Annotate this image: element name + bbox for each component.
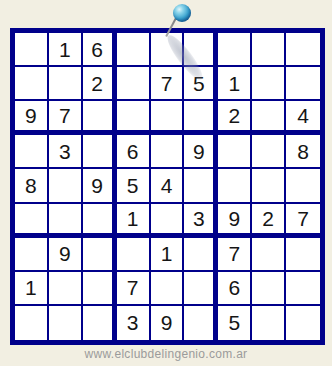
cell-r6c8[interactable]: 2 — [252, 204, 286, 238]
cell-r3c8[interactable] — [252, 101, 286, 135]
cell-r1c4[interactable] — [117, 33, 151, 67]
cell-r7c2[interactable]: 9 — [49, 238, 83, 272]
cell-r2c3[interactable]: 2 — [83, 67, 117, 101]
cell-r2c2[interactable] — [49, 67, 83, 101]
cell-r3c1[interactable]: 9 — [15, 101, 49, 135]
cell-r4c6[interactable]: 9 — [184, 135, 218, 169]
pushpin-ball — [173, 4, 191, 22]
cell-r5c1[interactable]: 8 — [15, 169, 49, 203]
cell-r6c1[interactable] — [15, 204, 49, 238]
cell-r9c6[interactable] — [184, 306, 218, 340]
cell-r2c7[interactable]: 1 — [218, 67, 252, 101]
cell-r5c9[interactable] — [286, 169, 320, 203]
cell-r5c5[interactable]: 4 — [151, 169, 185, 203]
cell-r6c5[interactable] — [151, 204, 185, 238]
cell-r9c4[interactable]: 3 — [117, 306, 151, 340]
sudoku-board: 16275197243698895413927917176395 — [10, 28, 325, 345]
cell-r9c1[interactable] — [15, 306, 49, 340]
cell-r6c7[interactable]: 9 — [218, 204, 252, 238]
cell-r9c5[interactable]: 9 — [151, 306, 185, 340]
cell-r7c5[interactable]: 1 — [151, 238, 185, 272]
cell-r1c8[interactable] — [252, 33, 286, 67]
cell-r3c2[interactable]: 7 — [49, 101, 83, 135]
cell-r7c7[interactable]: 7 — [218, 238, 252, 272]
cell-r8c8[interactable] — [252, 272, 286, 306]
cell-r6c6[interactable]: 3 — [184, 204, 218, 238]
cell-r3c9[interactable]: 4 — [286, 101, 320, 135]
cell-r9c9[interactable] — [286, 306, 320, 340]
cell-r3c7[interactable]: 2 — [218, 101, 252, 135]
cell-r8c3[interactable] — [83, 272, 117, 306]
cell-r7c8[interactable] — [252, 238, 286, 272]
cell-r1c3[interactable]: 6 — [83, 33, 117, 67]
cell-r5c6[interactable] — [184, 169, 218, 203]
cell-r7c1[interactable] — [15, 238, 49, 272]
cell-r5c2[interactable] — [49, 169, 83, 203]
cell-r9c2[interactable] — [49, 306, 83, 340]
cell-r4c5[interactable] — [151, 135, 185, 169]
cell-r2c9[interactable] — [286, 67, 320, 101]
cell-r1c2[interactable]: 1 — [49, 33, 83, 67]
cell-r8c5[interactable] — [151, 272, 185, 306]
cell-r6c2[interactable] — [49, 204, 83, 238]
cell-r2c8[interactable] — [252, 67, 286, 101]
cell-r4c1[interactable] — [15, 135, 49, 169]
cell-r3c4[interactable] — [117, 101, 151, 135]
cell-r2c1[interactable] — [15, 67, 49, 101]
cell-r4c7[interactable] — [218, 135, 252, 169]
cell-r4c8[interactable] — [252, 135, 286, 169]
cell-r8c1[interactable]: 1 — [15, 272, 49, 306]
cell-r7c4[interactable] — [117, 238, 151, 272]
cell-r9c7[interactable]: 5 — [218, 306, 252, 340]
cell-r2c4[interactable] — [117, 67, 151, 101]
cell-r4c2[interactable]: 3 — [49, 135, 83, 169]
cell-r8c2[interactable] — [49, 272, 83, 306]
cell-r4c9[interactable]: 8 — [286, 135, 320, 169]
cell-r6c3[interactable] — [83, 204, 117, 238]
cell-r1c7[interactable] — [218, 33, 252, 67]
cell-r8c7[interactable]: 6 — [218, 272, 252, 306]
cell-r8c4[interactable]: 7 — [117, 272, 151, 306]
cell-r3c3[interactable] — [83, 101, 117, 135]
cell-r7c9[interactable] — [286, 238, 320, 272]
cell-r6c9[interactable]: 7 — [286, 204, 320, 238]
website-url: www.elclubdelingenio.com.ar — [0, 347, 332, 361]
cell-r9c3[interactable] — [83, 306, 117, 340]
cell-r3c6[interactable] — [184, 101, 218, 135]
cell-r1c1[interactable] — [15, 33, 49, 67]
cell-r6c4[interactable]: 1 — [117, 204, 151, 238]
cell-r7c3[interactable] — [83, 238, 117, 272]
cell-r9c8[interactable] — [252, 306, 286, 340]
cell-r5c3[interactable]: 9 — [83, 169, 117, 203]
cell-r5c7[interactable] — [218, 169, 252, 203]
cell-r5c8[interactable] — [252, 169, 286, 203]
cell-r2c5[interactable]: 7 — [151, 67, 185, 101]
cell-r4c4[interactable]: 6 — [117, 135, 151, 169]
cell-r5c4[interactable]: 5 — [117, 169, 151, 203]
cell-r8c9[interactable] — [286, 272, 320, 306]
cell-r3c5[interactable] — [151, 101, 185, 135]
cell-r8c6[interactable] — [184, 272, 218, 306]
cell-r1c9[interactable] — [286, 33, 320, 67]
cell-r4c3[interactable] — [83, 135, 117, 169]
cell-r7c6[interactable] — [184, 238, 218, 272]
